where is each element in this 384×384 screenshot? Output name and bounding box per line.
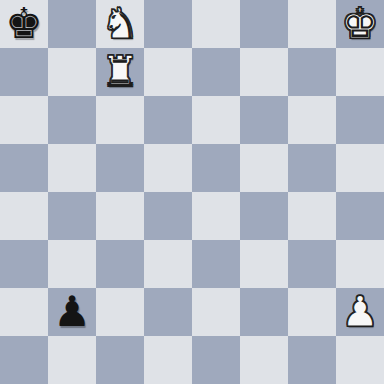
chess-board: ♚♞♚♜♟♟ — [0, 0, 384, 384]
square-f5[interactable] — [240, 144, 288, 192]
square-b5[interactable] — [48, 144, 96, 192]
square-d5[interactable] — [144, 144, 192, 192]
square-b6[interactable] — [48, 96, 96, 144]
square-d3[interactable] — [144, 240, 192, 288]
piece-white-king: ♚ — [341, 0, 379, 48]
square-b3[interactable] — [48, 240, 96, 288]
square-b4[interactable] — [48, 192, 96, 240]
square-f7[interactable] — [240, 48, 288, 96]
square-f6[interactable] — [240, 96, 288, 144]
square-g5[interactable] — [288, 144, 336, 192]
square-d6[interactable] — [144, 96, 192, 144]
square-e6[interactable] — [192, 96, 240, 144]
square-a2[interactable] — [0, 288, 48, 336]
square-f1[interactable] — [240, 336, 288, 384]
square-h6[interactable] — [336, 96, 384, 144]
square-a6[interactable] — [0, 96, 48, 144]
piece-black-king: ♚ — [5, 0, 43, 48]
square-a8[interactable]: ♚ — [0, 0, 48, 48]
square-d1[interactable] — [144, 336, 192, 384]
square-c3[interactable] — [96, 240, 144, 288]
square-c4[interactable] — [96, 192, 144, 240]
square-e3[interactable] — [192, 240, 240, 288]
square-e5[interactable] — [192, 144, 240, 192]
square-a1[interactable] — [0, 336, 48, 384]
square-g3[interactable] — [288, 240, 336, 288]
piece-white-pawn: ♟ — [341, 288, 379, 336]
square-b7[interactable] — [48, 48, 96, 96]
square-f2[interactable] — [240, 288, 288, 336]
square-h1[interactable] — [336, 336, 384, 384]
square-a3[interactable] — [0, 240, 48, 288]
square-g8[interactable] — [288, 0, 336, 48]
square-c5[interactable] — [96, 144, 144, 192]
square-d4[interactable] — [144, 192, 192, 240]
square-h5[interactable] — [336, 144, 384, 192]
square-c6[interactable] — [96, 96, 144, 144]
square-g1[interactable] — [288, 336, 336, 384]
square-c8[interactable]: ♞ — [96, 0, 144, 48]
square-a7[interactable] — [0, 48, 48, 96]
square-f3[interactable] — [240, 240, 288, 288]
square-e1[interactable] — [192, 336, 240, 384]
square-h8[interactable]: ♚ — [336, 0, 384, 48]
square-e2[interactable] — [192, 288, 240, 336]
square-d8[interactable] — [144, 0, 192, 48]
square-b8[interactable] — [48, 0, 96, 48]
square-f8[interactable] — [240, 0, 288, 48]
square-f4[interactable] — [240, 192, 288, 240]
square-h4[interactable] — [336, 192, 384, 240]
square-g2[interactable] — [288, 288, 336, 336]
square-a5[interactable] — [0, 144, 48, 192]
square-c7[interactable]: ♜ — [96, 48, 144, 96]
square-e7[interactable] — [192, 48, 240, 96]
square-c2[interactable] — [96, 288, 144, 336]
square-g7[interactable] — [288, 48, 336, 96]
piece-white-knight: ♞ — [101, 0, 139, 48]
square-g6[interactable] — [288, 96, 336, 144]
square-d7[interactable] — [144, 48, 192, 96]
piece-white-rook: ♜ — [101, 48, 139, 96]
square-e8[interactable] — [192, 0, 240, 48]
square-h7[interactable] — [336, 48, 384, 96]
square-e4[interactable] — [192, 192, 240, 240]
square-b2[interactable]: ♟ — [48, 288, 96, 336]
square-b1[interactable] — [48, 336, 96, 384]
square-h3[interactable] — [336, 240, 384, 288]
square-a4[interactable] — [0, 192, 48, 240]
square-h2[interactable]: ♟ — [336, 288, 384, 336]
square-g4[interactable] — [288, 192, 336, 240]
piece-black-pawn: ♟ — [53, 288, 91, 336]
square-c1[interactable] — [96, 336, 144, 384]
square-d2[interactable] — [144, 288, 192, 336]
